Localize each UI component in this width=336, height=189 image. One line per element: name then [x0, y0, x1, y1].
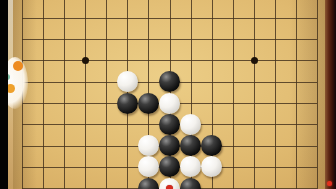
- grid-row-3: [22, 39, 318, 40]
- goban-board: [8, 0, 328, 189]
- white-stone-9-9: [180, 156, 201, 177]
- black-stone-8-9: [159, 156, 180, 177]
- black-stone-8-7: [159, 114, 180, 135]
- grid-column-14: [296, 0, 297, 189]
- letterbox-bar: [0, 0, 8, 189]
- star-point-12-4: [251, 57, 258, 64]
- last-move-marker: [166, 185, 173, 189]
- board-side-edge: [325, 0, 336, 189]
- record-indicator-dot: [327, 181, 332, 186]
- black-stone-7-6: [138, 93, 159, 114]
- black-stone-8-8: [159, 135, 180, 156]
- grid-column-11: [233, 0, 234, 189]
- grid-column-2: [43, 0, 44, 189]
- star-point-4-4: [82, 57, 89, 64]
- grid-row-2: [22, 18, 318, 19]
- white-stone-7-8: [138, 135, 159, 156]
- white-stone-10-9: [201, 156, 222, 177]
- black-stone-6-6: [117, 93, 138, 114]
- grid-column-5: [106, 0, 107, 189]
- white-stone-6-5: [117, 71, 138, 92]
- grid-column-15: [317, 0, 318, 189]
- grid-column-12: [254, 0, 255, 189]
- white-stone-8-6: [159, 93, 180, 114]
- white-stone-8-10: [159, 178, 180, 189]
- grid-row-4: [22, 60, 318, 61]
- black-stone-9-8: [180, 135, 201, 156]
- video-frame: [0, 0, 336, 189]
- black-stone-8-5: [159, 71, 180, 92]
- black-stone-10-8: [201, 135, 222, 156]
- black-stone-9-10: [180, 178, 201, 189]
- black-stone-7-10: [138, 178, 159, 189]
- mascot-orange-spot: [13, 61, 23, 71]
- grid-column-13: [275, 0, 276, 189]
- grid-column-3: [64, 0, 65, 189]
- grid-column-4: [85, 0, 86, 189]
- white-stone-7-9: [138, 156, 159, 177]
- white-stone-9-7: [180, 114, 201, 135]
